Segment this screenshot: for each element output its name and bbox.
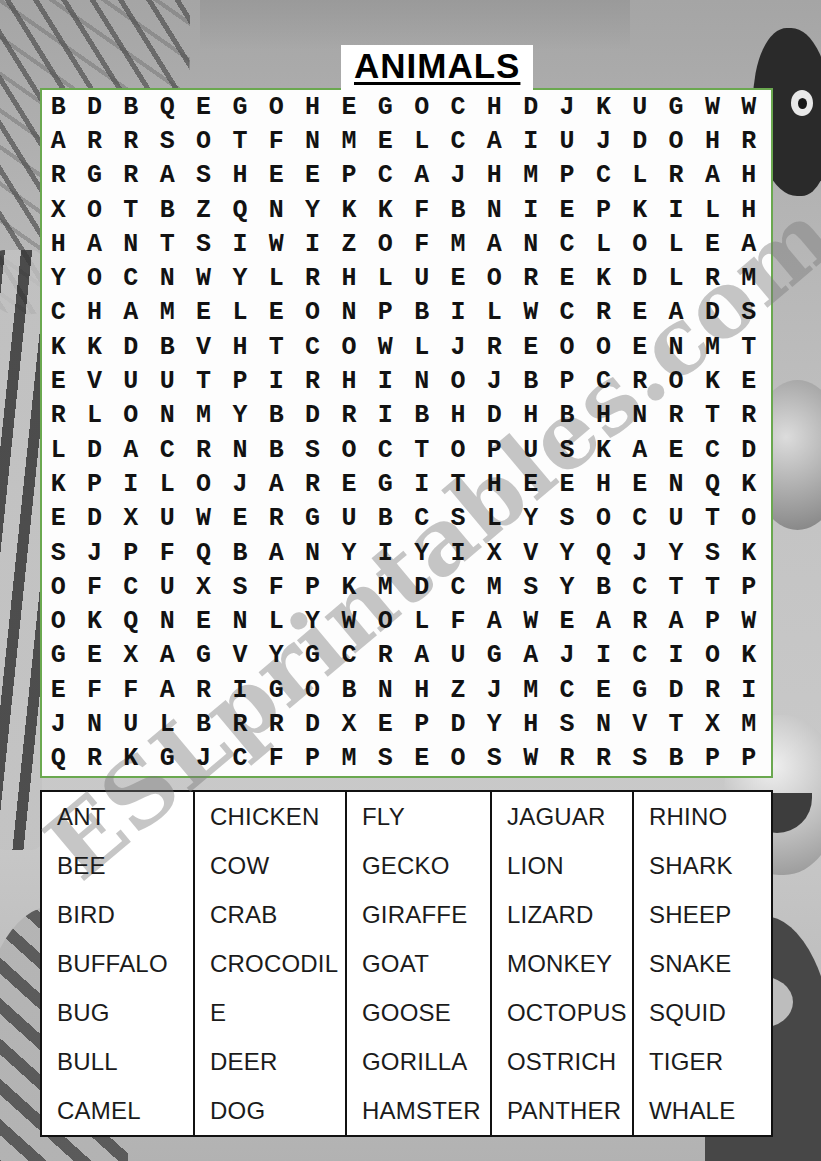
grid-cell-r19c12[interactable]: D [440,707,476,741]
grid-cell-r7c3[interactable]: A [113,296,149,330]
grid-cell-r19c3[interactable]: U [113,707,149,741]
grid-cell-r17c8[interactable]: G [294,639,330,673]
grid-cell-r14c5[interactable]: Q [185,536,221,570]
grid-cell-r2c19[interactable]: H [694,124,730,158]
grid-cell-r12c7[interactable]: A [258,467,294,501]
grid-cell-r17c15[interactable]: J [549,639,585,673]
grid-cell-r5c4[interactable]: T [149,227,185,261]
grid-cell-r8c14[interactable]: E [513,330,549,364]
grid-cell-r3c14[interactable]: M [513,159,549,193]
grid-cell-r6c15[interactable]: E [549,261,585,295]
grid-cell-r13c18[interactable]: U [658,502,694,536]
grid-cell-r13c5[interactable]: W [185,502,221,536]
grid-cell-r14c15[interactable]: Y [549,536,585,570]
grid-cell-r8c18[interactable]: N [658,330,694,364]
grid-cell-r14c8[interactable]: N [294,536,330,570]
grid-cell-r19c19[interactable]: X [694,707,730,741]
grid-cell-r4c11[interactable]: F [403,193,439,227]
grid-cell-r8c15[interactable]: O [549,330,585,364]
grid-cell-r15c11[interactable]: D [403,570,439,604]
grid-cell-r18c17[interactable]: G [622,673,658,707]
grid-cell-r14c19[interactable]: S [694,536,730,570]
grid-cell-r9c14[interactable]: B [513,364,549,398]
grid-cell-r13c8[interactable]: G [294,502,330,536]
grid-cell-r17c16[interactable]: I [585,639,621,673]
grid-cell-r2c3[interactable]: R [113,124,149,158]
grid-cell-r12c15[interactable]: E [549,467,585,501]
grid-cell-r17c13[interactable]: G [476,639,512,673]
grid-cell-r8c8[interactable]: C [294,330,330,364]
grid-cell-r2c5[interactable]: O [185,124,221,158]
grid-cell-r11c8[interactable]: S [294,433,330,467]
grid-cell-r14c9[interactable]: Y [331,536,367,570]
grid-cell-r9c12[interactable]: O [440,364,476,398]
grid-cell-r7c14[interactable]: W [513,296,549,330]
grid-cell-r16c19[interactable]: P [694,604,730,638]
grid-cell-r5c9[interactable]: Z [331,227,367,261]
grid-cell-r3c10[interactable]: C [367,159,403,193]
grid-cell-r19c13[interactable]: Y [476,707,512,741]
grid-cell-r12c20[interactable]: K [731,467,767,501]
grid-cell-r11c7[interactable]: B [258,433,294,467]
grid-cell-r18c6[interactable]: I [222,673,258,707]
grid-cell-r18c16[interactable]: E [585,673,621,707]
grid-cell-r6c5[interactable]: W [185,261,221,295]
grid-cell-r9c17[interactable]: R [622,364,658,398]
grid-cell-r16c9[interactable]: W [331,604,367,638]
grid-cell-r9c11[interactable]: N [403,364,439,398]
grid-cell-r9c7[interactable]: I [258,364,294,398]
grid-cell-r16c10[interactable]: O [367,604,403,638]
grid-cell-r15c16[interactable]: B [585,570,621,604]
grid-cell-r10c11[interactable]: B [403,399,439,433]
grid-cell-r16c20[interactable]: W [731,604,767,638]
grid-cell-r11c6[interactable]: N [222,433,258,467]
grid-cell-r12c9[interactable]: E [331,467,367,501]
grid-cell-r15c1[interactable]: O [40,570,76,604]
grid-cell-r17c7[interactable]: Y [258,639,294,673]
grid-cell-r3c11[interactable]: A [403,159,439,193]
grid-cell-r6c11[interactable]: U [403,261,439,295]
grid-cell-r11c18[interactable]: E [658,433,694,467]
grid-cell-r17c20[interactable]: K [731,639,767,673]
grid-cell-r6c16[interactable]: K [585,261,621,295]
grid-cell-r20c18[interactable]: B [658,742,694,776]
grid-cell-r8c19[interactable]: M [694,330,730,364]
grid-cell-r7c12[interactable]: I [440,296,476,330]
grid-cell-r7c19[interactable]: D [694,296,730,330]
grid-cell-r4c20[interactable]: H [731,193,767,227]
grid-cell-r1c17[interactable]: U [622,90,658,124]
grid-cell-r16c14[interactable]: W [513,604,549,638]
grid-cell-r1c6[interactable]: G [222,90,258,124]
grid-cell-r9c2[interactable]: V [76,364,112,398]
grid-cell-r3c20[interactable]: H [731,159,767,193]
grid-cell-r9c13[interactable]: J [476,364,512,398]
grid-cell-r14c16[interactable]: Q [585,536,621,570]
grid-cell-r20c16[interactable]: R [585,742,621,776]
grid-cell-r10c3[interactable]: O [113,399,149,433]
grid-cell-r17c19[interactable]: O [694,639,730,673]
grid-cell-r3c15[interactable]: P [549,159,585,193]
grid-cell-r20c8[interactable]: P [294,742,330,776]
grid-cell-r8c6[interactable]: H [222,330,258,364]
grid-cell-r12c14[interactable]: E [513,467,549,501]
grid-cell-r2c6[interactable]: T [222,124,258,158]
grid-cell-r20c5[interactable]: J [185,742,221,776]
grid-cell-r16c8[interactable]: Y [294,604,330,638]
grid-cell-r14c1[interactable]: S [40,536,76,570]
grid-cell-r20c7[interactable]: F [258,742,294,776]
grid-cell-r8c5[interactable]: V [185,330,221,364]
grid-cell-r2c11[interactable]: L [403,124,439,158]
grid-cell-r10c13[interactable]: D [476,399,512,433]
grid-cell-r4c5[interactable]: Z [185,193,221,227]
grid-cell-r16c18[interactable]: A [658,604,694,638]
grid-cell-r3c16[interactable]: C [585,159,621,193]
grid-cell-r7c2[interactable]: H [76,296,112,330]
grid-cell-r16c7[interactable]: L [258,604,294,638]
grid-cell-r1c11[interactable]: O [403,90,439,124]
grid-cell-r4c4[interactable]: B [149,193,185,227]
grid-cell-r19c10[interactable]: E [367,707,403,741]
grid-cell-r9c19[interactable]: K [694,364,730,398]
grid-cell-r14c14[interactable]: V [513,536,549,570]
grid-cell-r5c5[interactable]: S [185,227,221,261]
grid-cell-r14c13[interactable]: X [476,536,512,570]
grid-cell-r5c2[interactable]: A [76,227,112,261]
grid-cell-r14c3[interactable]: P [113,536,149,570]
grid-cell-r11c1[interactable]: L [40,433,76,467]
grid-cell-r9c9[interactable]: H [331,364,367,398]
grid-cell-r6c1[interactable]: Y [40,261,76,295]
grid-cell-r13c2[interactable]: D [76,502,112,536]
grid-cell-r2c9[interactable]: M [331,124,367,158]
grid-cell-r9c18[interactable]: O [658,364,694,398]
grid-cell-r10c10[interactable]: I [367,399,403,433]
grid-cell-r2c16[interactable]: J [585,124,621,158]
grid-cell-r18c10[interactable]: N [367,673,403,707]
grid-cell-r3c9[interactable]: P [331,159,367,193]
grid-cell-r15c15[interactable]: Y [549,570,585,604]
grid-cell-r5c6[interactable]: I [222,227,258,261]
grid-cell-r10c2[interactable]: L [76,399,112,433]
grid-cell-r19c20[interactable]: M [731,707,767,741]
grid-cell-r18c13[interactable]: J [476,673,512,707]
grid-cell-r9c15[interactable]: P [549,364,585,398]
grid-cell-r14c11[interactable]: Y [403,536,439,570]
grid-cell-r15c10[interactable]: M [367,570,403,604]
grid-cell-r5c10[interactable]: O [367,227,403,261]
grid-cell-r2c12[interactable]: C [440,124,476,158]
grid-cell-r2c20[interactable]: R [731,124,767,158]
grid-cell-r6c19[interactable]: R [694,261,730,295]
grid-cell-r8c10[interactable]: W [367,330,403,364]
grid-cell-r13c15[interactable]: S [549,502,585,536]
grid-cell-r4c16[interactable]: P [585,193,621,227]
grid-cell-r20c9[interactable]: M [331,742,367,776]
grid-cell-r5c18[interactable]: L [658,227,694,261]
grid-cell-r5c16[interactable]: L [585,227,621,261]
grid-cell-r6c4[interactable]: N [149,261,185,295]
grid-cell-r1c18[interactable]: G [658,90,694,124]
grid-cell-r19c2[interactable]: N [76,707,112,741]
grid-cell-r3c7[interactable]: E [258,159,294,193]
grid-cell-r20c6[interactable]: C [222,742,258,776]
grid-cell-r9c4[interactable]: U [149,364,185,398]
grid-cell-r10c17[interactable]: N [622,399,658,433]
grid-cell-r20c3[interactable]: K [113,742,149,776]
grid-cell-r13c4[interactable]: U [149,502,185,536]
grid-cell-r1c15[interactable]: J [549,90,585,124]
grid-cell-r1c2[interactable]: D [76,90,112,124]
grid-cell-r17c10[interactable]: R [367,639,403,673]
grid-cell-r17c14[interactable]: A [513,639,549,673]
grid-cell-r4c14[interactable]: I [513,193,549,227]
grid-cell-r11c12[interactable]: O [440,433,476,467]
grid-cell-r4c1[interactable]: X [40,193,76,227]
grid-cell-r2c15[interactable]: U [549,124,585,158]
grid-cell-r17c11[interactable]: A [403,639,439,673]
grid-cell-r20c13[interactable]: S [476,742,512,776]
grid-cell-r3c19[interactable]: A [694,159,730,193]
grid-cell-r12c4[interactable]: L [149,467,185,501]
grid-cell-r18c20[interactable]: I [731,673,767,707]
grid-cell-r18c9[interactable]: B [331,673,367,707]
grid-cell-r7c15[interactable]: C [549,296,585,330]
grid-cell-r10c18[interactable]: R [658,399,694,433]
grid-cell-r7c8[interactable]: O [294,296,330,330]
grid-cell-r17c17[interactable]: C [622,639,658,673]
grid-cell-r19c11[interactable]: P [403,707,439,741]
grid-cell-r4c18[interactable]: I [658,193,694,227]
grid-cell-r5c12[interactable]: M [440,227,476,261]
grid-cell-r9c5[interactable]: T [185,364,221,398]
grid-cell-r11c14[interactable]: U [513,433,549,467]
grid-cell-r12c1[interactable]: K [40,467,76,501]
grid-cell-r20c20[interactable]: P [731,742,767,776]
grid-cell-r20c17[interactable]: S [622,742,658,776]
grid-cell-r8c13[interactable]: R [476,330,512,364]
grid-cell-r12c13[interactable]: H [476,467,512,501]
grid-cell-r1c9[interactable]: E [331,90,367,124]
grid-cell-r12c11[interactable]: I [403,467,439,501]
grid-cell-r1c8[interactable]: H [294,90,330,124]
grid-cell-r16c12[interactable]: F [440,604,476,638]
grid-cell-r18c2[interactable]: F [76,673,112,707]
grid-cell-r3c17[interactable]: L [622,159,658,193]
grid-cell-r11c4[interactable]: C [149,433,185,467]
grid-cell-r8c12[interactable]: J [440,330,476,364]
grid-cell-r11c11[interactable]: T [403,433,439,467]
grid-cell-r15c8[interactable]: P [294,570,330,604]
grid-cell-r12c12[interactable]: T [440,467,476,501]
grid-cell-r9c20[interactable]: E [731,364,767,398]
grid-cell-r18c15[interactable]: C [549,673,585,707]
grid-cell-r3c12[interactable]: J [440,159,476,193]
grid-cell-r14c20[interactable]: K [731,536,767,570]
grid-cell-r10c1[interactable]: R [40,399,76,433]
grid-cell-r20c11[interactable]: E [403,742,439,776]
grid-cell-r18c8[interactable]: O [294,673,330,707]
grid-cell-r6c7[interactable]: L [258,261,294,295]
grid-cell-r4c15[interactable]: E [549,193,585,227]
grid-cell-r7c4[interactable]: M [149,296,185,330]
grid-cell-r15c13[interactable]: M [476,570,512,604]
grid-cell-r18c4[interactable]: A [149,673,185,707]
grid-cell-r16c3[interactable]: Q [113,604,149,638]
grid-cell-r13c20[interactable]: O [731,502,767,536]
grid-cell-r3c1[interactable]: R [40,159,76,193]
grid-cell-r14c12[interactable]: I [440,536,476,570]
grid-cell-r20c4[interactable]: G [149,742,185,776]
grid-cell-r18c18[interactable]: D [658,673,694,707]
grid-cell-r6c6[interactable]: Y [222,261,258,295]
grid-cell-r15c4[interactable]: U [149,570,185,604]
grid-cell-r10c9[interactable]: R [331,399,367,433]
grid-cell-r18c19[interactable]: R [694,673,730,707]
grid-cell-r10c20[interactable]: R [731,399,767,433]
grid-cell-r7c5[interactable]: E [185,296,221,330]
grid-cell-r1c16[interactable]: K [585,90,621,124]
grid-cell-r4c9[interactable]: K [331,193,367,227]
grid-cell-r5c7[interactable]: W [258,227,294,261]
grid-cell-r7c13[interactable]: L [476,296,512,330]
grid-cell-r5c14[interactable]: N [513,227,549,261]
grid-cell-r5c17[interactable]: O [622,227,658,261]
grid-cell-r7c11[interactable]: B [403,296,439,330]
grid-cell-r13c7[interactable]: R [258,502,294,536]
grid-cell-r17c18[interactable]: I [658,639,694,673]
grid-cell-r1c19[interactable]: W [694,90,730,124]
grid-cell-r10c14[interactable]: H [513,399,549,433]
grid-cell-r7c16[interactable]: R [585,296,621,330]
grid-cell-r17c2[interactable]: E [76,639,112,673]
grid-cell-r12c10[interactable]: G [367,467,403,501]
grid-cell-r19c7[interactable]: R [258,707,294,741]
grid-cell-r10c4[interactable]: N [149,399,185,433]
grid-cell-r17c5[interactable]: G [185,639,221,673]
grid-cell-r18c7[interactable]: G [258,673,294,707]
grid-cell-r12c8[interactable]: R [294,467,330,501]
grid-cell-r3c5[interactable]: S [185,159,221,193]
grid-cell-r12c17[interactable]: E [622,467,658,501]
grid-cell-r20c14[interactable]: W [513,742,549,776]
grid-cell-r4c3[interactable]: T [113,193,149,227]
grid-cell-r16c15[interactable]: E [549,604,585,638]
grid-cell-r2c1[interactable]: A [40,124,76,158]
grid-cell-r17c6[interactable]: V [222,639,258,673]
grid-cell-r15c14[interactable]: S [513,570,549,604]
grid-cell-r15c19[interactable]: T [694,570,730,604]
grid-cell-r6c13[interactable]: O [476,261,512,295]
grid-cell-r12c5[interactable]: O [185,467,221,501]
grid-cell-r13c3[interactable]: X [113,502,149,536]
grid-cell-r7c18[interactable]: A [658,296,694,330]
grid-cell-r18c11[interactable]: H [403,673,439,707]
grid-cell-r4c6[interactable]: Q [222,193,258,227]
grid-cell-r14c17[interactable]: J [622,536,658,570]
grid-cell-r11c10[interactable]: C [367,433,403,467]
grid-cell-r8c2[interactable]: K [76,330,112,364]
grid-cell-r4c8[interactable]: Y [294,193,330,227]
grid-cell-r18c3[interactable]: F [113,673,149,707]
grid-cell-r10c12[interactable]: H [440,399,476,433]
grid-cell-r16c16[interactable]: A [585,604,621,638]
grid-cell-r8c20[interactable]: T [731,330,767,364]
grid-cell-r1c4[interactable]: Q [149,90,185,124]
grid-cell-r6c8[interactable]: R [294,261,330,295]
grid-cell-r7c6[interactable]: L [222,296,258,330]
grid-cell-r10c15[interactable]: B [549,399,585,433]
grid-cell-r2c10[interactable]: E [367,124,403,158]
grid-cell-r11c19[interactable]: C [694,433,730,467]
grid-cell-r17c9[interactable]: C [331,639,367,673]
grid-cell-r1c12[interactable]: C [440,90,476,124]
grid-cell-r20c12[interactable]: O [440,742,476,776]
grid-cell-r5c1[interactable]: H [40,227,76,261]
grid-cell-r18c1[interactable]: E [40,673,76,707]
grid-cell-r11c13[interactable]: P [476,433,512,467]
grid-cell-r14c6[interactable]: B [222,536,258,570]
grid-cell-r5c13[interactable]: A [476,227,512,261]
grid-cell-r4c2[interactable]: O [76,193,112,227]
grid-cell-r10c7[interactable]: B [258,399,294,433]
grid-cell-r7c17[interactable]: E [622,296,658,330]
grid-cell-r15c5[interactable]: X [185,570,221,604]
grid-cell-r6c17[interactable]: D [622,261,658,295]
grid-cell-r4c13[interactable]: N [476,193,512,227]
grid-cell-r19c18[interactable]: T [658,707,694,741]
grid-cell-r9c1[interactable]: E [40,364,76,398]
grid-cell-r3c8[interactable]: E [294,159,330,193]
grid-cell-r8c7[interactable]: T [258,330,294,364]
grid-cell-r3c4[interactable]: A [149,159,185,193]
grid-cell-r19c15[interactable]: S [549,707,585,741]
grid-cell-r4c19[interactable]: L [694,193,730,227]
grid-cell-r1c13[interactable]: H [476,90,512,124]
grid-cell-r19c17[interactable]: V [622,707,658,741]
grid-cell-r12c6[interactable]: J [222,467,258,501]
grid-cell-r17c4[interactable]: A [149,639,185,673]
grid-cell-r19c1[interactable]: J [40,707,76,741]
grid-cell-r12c18[interactable]: N [658,467,694,501]
grid-cell-r2c18[interactable]: O [658,124,694,158]
grid-cell-r2c4[interactable]: S [149,124,185,158]
grid-cell-r13c16[interactable]: O [585,502,621,536]
grid-cell-r3c13[interactable]: H [476,159,512,193]
grid-cell-r4c10[interactable]: K [367,193,403,227]
grid-cell-r9c8[interactable]: R [294,364,330,398]
grid-cell-r9c6[interactable]: P [222,364,258,398]
grid-cell-r7c7[interactable]: E [258,296,294,330]
grid-cell-r13c6[interactable]: E [222,502,258,536]
grid-cell-r10c6[interactable]: Y [222,399,258,433]
grid-cell-r5c8[interactable]: I [294,227,330,261]
grid-cell-r2c7[interactable]: F [258,124,294,158]
grid-cell-r5c3[interactable]: N [113,227,149,261]
grid-cell-r2c17[interactable]: D [622,124,658,158]
grid-cell-r1c3[interactable]: B [113,90,149,124]
grid-cell-r15c18[interactable]: T [658,570,694,604]
grid-cell-r5c15[interactable]: C [549,227,585,261]
grid-cell-r7c9[interactable]: N [331,296,367,330]
grid-cell-r15c7[interactable]: F [258,570,294,604]
grid-cell-r1c1[interactable]: B [40,90,76,124]
grid-cell-r20c19[interactable]: P [694,742,730,776]
grid-cell-r19c16[interactable]: N [585,707,621,741]
grid-cell-r1c20[interactable]: W [731,90,767,124]
